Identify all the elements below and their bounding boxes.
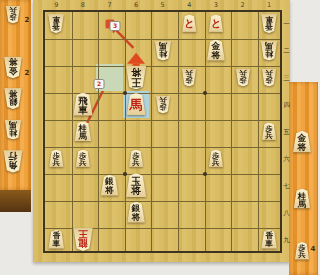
piece-kanji: 金将 [9,58,18,75]
grid-line-h [45,174,280,175]
piece-kanji: 歩兵 [9,7,16,21]
rank-coordinate-label: 六 [283,155,290,162]
file-coordinate-label: 8 [81,2,85,9]
grid-line-h [45,66,280,67]
piece-kanji: 飛車 [78,96,87,114]
file-coordinate-label: 1 [267,2,271,9]
piece-kanji: 歩兵 [79,152,86,166]
grid-line-h [45,201,280,202]
piece-kanji: 香車 [265,15,273,30]
captured-count: 4 [311,245,316,253]
piece-kanji: 金将 [211,42,220,59]
file-coordinate-label: 2 [240,2,244,9]
captured-count: 2 [25,69,30,77]
piece-kanji: 玉将 [131,176,141,195]
rank-coordinate-label: 五 [283,128,290,135]
grid-line-v [72,12,73,251]
arrow-number-label: 3 [110,21,121,31]
piece-kanji: 銀将 [132,204,141,221]
grid-line-h [45,39,280,40]
piece-kanji: 歩兵 [133,152,140,166]
piece-kanji: 香車 [52,232,60,247]
file-coordinate-label: 4 [187,2,191,9]
piece-kanji: 馬 [130,98,143,111]
piece-kanji: 歩兵 [53,152,60,166]
grid-line-v [98,12,99,251]
file-coordinate-label: 6 [134,2,138,9]
piece-kanji: 角行 [8,152,17,170]
grid-line-v [258,12,259,251]
piece-kanji: 桂馬 [298,191,306,207]
piece-kanji: 銀将 [9,89,18,106]
piece-kanji: 香車 [265,232,273,247]
piece-kanji: 桂馬 [9,121,17,137]
piece-kanji: 歩兵 [159,97,166,111]
piece-kanji: 龍王 [78,229,87,247]
file-coordinate-label: 3 [214,2,218,9]
piece-kanji: 香車 [52,15,60,30]
grid-line-h [45,120,280,121]
grid-line-h [45,147,280,148]
rank-coordinate-label: 九 [283,236,290,243]
star-point [123,172,127,176]
rank-coordinate-label: 四 [283,101,290,108]
star-point [123,91,127,95]
rank-coordinate-label: 一 [283,20,290,27]
piece-kanji: 桂馬 [79,124,87,140]
grid-line-v [205,12,206,251]
piece-kanji: 歩兵 [186,70,193,84]
arrow-number-label: 2 [94,79,105,89]
grid-line-v [151,12,152,251]
piece-kanji: 桂馬 [265,41,273,57]
piece-kanji: 歩兵 [239,70,246,84]
rank-coordinate-label: 二 [283,47,290,54]
file-coordinate-label: 5 [161,2,165,9]
shogi-app: 987654321一二三四五六七八九香車香車桂馬桂馬王将歩兵歩兵歩兵歩兵龍王とと… [0,0,320,275]
piece-kanji: 王将 [131,67,141,86]
star-point [203,91,207,95]
piece-kanji: 銀将 [105,177,114,194]
piece-kanji: 歩兵 [212,152,219,166]
captured-count: 2 [25,16,30,24]
piece-kanji: 歩兵 [298,244,305,258]
rank-coordinate-label: 七 [283,182,290,189]
star-point [203,172,207,176]
piece-kanji: と [211,19,221,29]
file-coordinate-label: 9 [54,2,58,9]
grid-line-v [231,12,232,251]
piece-kanji: 金将 [298,134,307,151]
piece-kanji: 歩兵 [266,125,273,139]
piece-kanji: 歩兵 [266,70,273,84]
piece-kanji: 桂馬 [159,41,167,57]
rank-coordinate-label: 八 [283,209,290,216]
gote-stand-base [0,190,31,212]
piece-kanji: と [184,19,194,29]
grid-line-v [178,12,179,251]
rank-coordinate-label: 三 [283,74,290,81]
grid-line-v [125,12,126,251]
file-coordinate-label: 7 [107,2,111,9]
